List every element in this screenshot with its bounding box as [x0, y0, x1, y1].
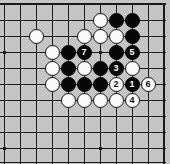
go-board[interactable]: 7532164 — [0, 0, 170, 164]
hoshi-dot — [99, 51, 102, 54]
grid-hline — [0, 162, 166, 163]
stone-white-move-4[interactable]: 4 — [125, 93, 140, 108]
stone-white-move-2[interactable]: 2 — [109, 77, 124, 92]
stone-white[interactable] — [45, 61, 60, 76]
stone-white[interactable] — [109, 29, 124, 44]
move-number-label: 5 — [129, 48, 134, 57]
stone-black[interactable] — [109, 45, 124, 60]
move-number-label: 3 — [113, 64, 118, 73]
hoshi-dot — [3, 51, 6, 54]
stone-white[interactable] — [125, 61, 140, 76]
move-number-label: 2 — [113, 80, 118, 89]
stone-black-move-3[interactable]: 3 — [109, 61, 124, 76]
move-number-label: 1 — [129, 80, 134, 89]
stone-white[interactable] — [61, 93, 76, 108]
stone-black[interactable] — [77, 77, 92, 92]
stone-white[interactable] — [93, 13, 108, 28]
stone-white[interactable] — [45, 77, 60, 92]
stone-white[interactable] — [45, 45, 60, 60]
stone-white[interactable] — [29, 29, 44, 44]
stone-black-move-1[interactable]: 1 — [125, 77, 140, 92]
stone-black[interactable] — [61, 61, 76, 76]
hoshi-dot — [3, 147, 6, 150]
stone-black[interactable] — [61, 45, 76, 60]
grid-hline — [0, 116, 166, 117]
stone-white[interactable] — [93, 29, 108, 44]
move-number-label: 6 — [145, 80, 150, 89]
grid-vline — [36, 3, 37, 164]
stone-white[interactable] — [77, 61, 92, 76]
grid-vline — [20, 3, 21, 164]
stone-white[interactable] — [77, 29, 92, 44]
hoshi-dot — [99, 147, 102, 150]
grid-hline — [0, 132, 166, 133]
stone-white[interactable] — [109, 93, 124, 108]
grid-hline — [0, 148, 166, 149]
move-number-label: 4 — [129, 96, 134, 105]
stone-black[interactable] — [93, 61, 108, 76]
stone-black[interactable] — [93, 77, 108, 92]
grid-vline — [4, 3, 5, 164]
board-right-edge — [163, 3, 165, 164]
grid-hline — [0, 20, 166, 21]
stone-black[interactable] — [109, 13, 124, 28]
stone-black[interactable] — [125, 13, 140, 28]
stone-white-move-6[interactable]: 6 — [141, 77, 156, 92]
board-top-edge — [0, 3, 166, 5]
stone-black-move-7[interactable]: 7 — [77, 45, 92, 60]
move-number-label: 7 — [81, 48, 86, 57]
stone-black-move-5[interactable]: 5 — [125, 45, 140, 60]
stone-black[interactable] — [125, 29, 140, 44]
stone-black[interactable] — [61, 77, 76, 92]
stone-white[interactable] — [77, 93, 92, 108]
stone-white[interactable] — [93, 93, 108, 108]
